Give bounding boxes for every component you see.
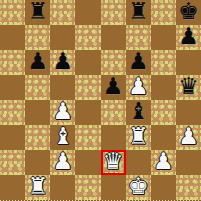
square-d2[interactable]	[75, 150, 100, 175]
white-pawn: ♟	[53, 100, 74, 124]
square-f4[interactable]: ♝	[126, 100, 151, 125]
white-pawn: ♟	[53, 150, 74, 174]
black-rook: ♜	[128, 0, 149, 24]
square-a8[interactable]	[0, 0, 25, 25]
square-a6[interactable]	[0, 50, 25, 75]
square-d8[interactable]	[75, 0, 100, 25]
square-b2[interactable]	[25, 150, 50, 175]
white-king: ♚	[128, 175, 149, 199]
square-c1[interactable]	[50, 175, 75, 200]
white-queen: ♛	[103, 150, 124, 174]
black-pawn: ♟	[103, 75, 124, 99]
black-queen: ♛	[178, 75, 199, 99]
square-g6[interactable]	[151, 50, 176, 75]
square-h3[interactable]: ♟	[176, 125, 201, 150]
square-b7[interactable]	[25, 25, 50, 50]
square-g7[interactable]	[151, 25, 176, 50]
square-h6[interactable]	[176, 50, 201, 75]
black-pawn: ♟	[53, 50, 74, 74]
square-e5[interactable]: ♟	[101, 75, 126, 100]
square-h8[interactable]: ♚	[176, 0, 201, 25]
square-g3[interactable]	[151, 125, 176, 150]
chess-board: ♜♜♚♟♟♟♟♟♟♛♟♝♝♜♟♟♛♟♜♚	[0, 0, 201, 200]
square-a7[interactable]	[0, 25, 25, 50]
square-d4[interactable]	[75, 100, 100, 125]
white-pawn: ♟	[153, 150, 174, 174]
square-g8[interactable]	[151, 0, 176, 25]
square-h1[interactable]	[176, 175, 201, 200]
square-f2[interactable]	[126, 150, 151, 175]
square-a4[interactable]	[0, 100, 25, 125]
white-pawn: ♟	[128, 75, 149, 99]
square-c4[interactable]: ♟	[50, 100, 75, 125]
square-g1[interactable]	[151, 175, 176, 200]
square-c6[interactable]: ♟	[50, 50, 75, 75]
black-rook: ♜	[27, 0, 48, 24]
square-c5[interactable]	[50, 75, 75, 100]
square-f8[interactable]: ♜	[126, 0, 151, 25]
square-b3[interactable]	[25, 125, 50, 150]
black-king: ♚	[178, 0, 199, 24]
square-e4[interactable]	[101, 100, 126, 125]
chess-board-window: ♜♜♚♟♟♟♟♟♟♛♟♝♝♜♟♟♛♟♜♚	[0, 0, 201, 201]
square-g5[interactable]	[151, 75, 176, 100]
square-e6[interactable]	[101, 50, 126, 75]
square-h5[interactable]: ♛	[176, 75, 201, 100]
square-a5[interactable]	[0, 75, 25, 100]
square-e1[interactable]	[101, 175, 126, 200]
square-c2[interactable]: ♟	[50, 150, 75, 175]
square-c8[interactable]	[50, 0, 75, 25]
black-pawn: ♟	[178, 25, 199, 49]
square-f6[interactable]: ♟	[126, 50, 151, 75]
square-f5[interactable]: ♟	[126, 75, 151, 100]
square-b5[interactable]	[25, 75, 50, 100]
square-b1[interactable]: ♜	[25, 175, 50, 200]
black-bishop: ♝	[128, 100, 149, 124]
square-f7[interactable]	[126, 25, 151, 50]
square-c3[interactable]: ♝	[50, 125, 75, 150]
square-d3[interactable]	[75, 125, 100, 150]
square-h2[interactable]	[176, 150, 201, 175]
square-b4[interactable]	[25, 100, 50, 125]
square-h7[interactable]: ♟	[176, 25, 201, 50]
black-pawn: ♟	[27, 50, 48, 74]
white-rook: ♜	[27, 175, 48, 199]
square-e8[interactable]	[101, 0, 126, 25]
square-a1[interactable]	[0, 175, 25, 200]
square-a2[interactable]	[0, 150, 25, 175]
square-e3[interactable]	[101, 125, 126, 150]
square-d1[interactable]	[75, 175, 100, 200]
square-d7[interactable]	[75, 25, 100, 50]
square-e7[interactable]	[101, 25, 126, 50]
square-h4[interactable]	[176, 100, 201, 125]
square-c7[interactable]	[50, 25, 75, 50]
square-f3[interactable]: ♜	[126, 125, 151, 150]
square-f1[interactable]: ♚	[126, 175, 151, 200]
board-bottom-edge	[0, 200, 201, 201]
square-a3[interactable]	[0, 125, 25, 150]
black-pawn: ♟	[128, 50, 149, 74]
white-pawn: ♟	[178, 125, 199, 149]
square-b6[interactable]: ♟	[25, 50, 50, 75]
square-b8[interactable]: ♜	[25, 0, 50, 25]
square-d5[interactable]	[75, 75, 100, 100]
square-g4[interactable]	[151, 100, 176, 125]
white-bishop: ♝	[53, 125, 74, 149]
square-d6[interactable]	[75, 50, 100, 75]
square-e2[interactable]: ♛	[101, 150, 126, 175]
square-g2[interactable]: ♟	[151, 150, 176, 175]
white-rook: ♜	[128, 125, 149, 149]
